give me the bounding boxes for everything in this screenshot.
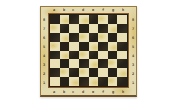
square[interactable] <box>98 42 108 51</box>
square[interactable] <box>50 59 60 68</box>
rank-label: 4 <box>43 54 45 58</box>
square[interactable] <box>50 33 60 42</box>
square[interactable] <box>108 33 118 42</box>
square[interactable] <box>50 15 60 24</box>
square[interactable] <box>117 77 127 86</box>
file-label: g <box>112 8 114 12</box>
square[interactable] <box>89 68 99 77</box>
square[interactable] <box>117 42 127 51</box>
rank-label: 4 <box>132 54 134 58</box>
file-label: h <box>122 8 124 12</box>
file-label: h <box>122 90 124 94</box>
file-label: a <box>53 90 55 94</box>
product-photo-background: abcdefgh abcdefgh 87654321 87654321 <box>0 0 175 105</box>
square[interactable] <box>98 51 108 60</box>
file-label: d <box>82 8 84 12</box>
file-label: b <box>63 90 65 94</box>
square[interactable] <box>98 59 108 68</box>
square[interactable] <box>108 24 118 33</box>
square[interactable] <box>50 51 60 60</box>
file-label: e <box>92 8 94 12</box>
square[interactable] <box>117 24 127 33</box>
square[interactable] <box>117 15 127 24</box>
square[interactable] <box>108 77 118 86</box>
chess-board: abcdefgh abcdefgh 87654321 87654321 <box>40 6 137 97</box>
square[interactable] <box>79 42 89 51</box>
square[interactable] <box>69 33 79 42</box>
square[interactable] <box>108 59 118 68</box>
square[interactable] <box>89 77 99 86</box>
square[interactable] <box>50 42 60 51</box>
rank-label: 8 <box>132 18 134 22</box>
rank-label: 7 <box>43 27 45 31</box>
square[interactable] <box>69 77 79 86</box>
square[interactable] <box>79 15 89 24</box>
square[interactable] <box>79 51 89 60</box>
file-label: g <box>112 90 114 94</box>
square[interactable] <box>79 33 89 42</box>
file-label: c <box>73 90 75 94</box>
file-label: f <box>102 90 104 94</box>
square[interactable] <box>89 33 99 42</box>
rank-labels-right: 87654321 <box>130 15 136 87</box>
square[interactable] <box>60 24 70 33</box>
square[interactable] <box>98 24 108 33</box>
square[interactable] <box>69 59 79 68</box>
rank-label: 2 <box>132 72 134 76</box>
file-label: f <box>102 8 104 12</box>
board-grid <box>48 13 129 88</box>
square[interactable] <box>108 15 118 24</box>
square[interactable] <box>60 15 70 24</box>
square[interactable] <box>60 59 70 68</box>
square[interactable] <box>60 51 70 60</box>
square[interactable] <box>69 42 79 51</box>
square[interactable] <box>60 33 70 42</box>
square[interactable] <box>98 77 108 86</box>
square[interactable] <box>89 59 99 68</box>
rank-label: 7 <box>132 27 134 31</box>
file-label: a <box>53 8 55 12</box>
rank-label: 5 <box>43 45 45 49</box>
square[interactable] <box>108 68 118 77</box>
file-labels-bottom: abcdefgh <box>49 89 128 95</box>
square[interactable] <box>69 24 79 33</box>
square[interactable] <box>98 15 108 24</box>
square[interactable] <box>60 77 70 86</box>
square[interactable] <box>117 68 127 77</box>
square[interactable] <box>108 42 118 51</box>
square[interactable] <box>79 24 89 33</box>
rank-label: 5 <box>132 45 134 49</box>
square[interactable] <box>60 68 70 77</box>
file-label: d <box>82 90 84 94</box>
square[interactable] <box>89 15 99 24</box>
square[interactable] <box>89 24 99 33</box>
square[interactable] <box>69 15 79 24</box>
square[interactable] <box>50 68 60 77</box>
rank-label: 1 <box>43 81 45 85</box>
file-label: b <box>63 8 65 12</box>
square[interactable] <box>98 68 108 77</box>
rank-label: 3 <box>132 63 134 67</box>
square[interactable] <box>117 33 127 42</box>
square[interactable] <box>79 77 89 86</box>
file-label: e <box>92 90 94 94</box>
rank-label: 6 <box>132 36 134 40</box>
square[interactable] <box>79 59 89 68</box>
square[interactable] <box>60 42 70 51</box>
rank-label: 3 <box>43 63 45 67</box>
square[interactable] <box>69 51 79 60</box>
rank-label: 2 <box>43 72 45 76</box>
rank-label: 8 <box>43 18 45 22</box>
square[interactable] <box>98 33 108 42</box>
rank-label: 6 <box>43 36 45 40</box>
square[interactable] <box>79 68 89 77</box>
square[interactable] <box>69 68 79 77</box>
square[interactable] <box>117 51 127 60</box>
rank-label: 1 <box>132 81 134 85</box>
rank-labels-left: 87654321 <box>41 15 47 87</box>
square[interactable] <box>117 59 127 68</box>
square[interactable] <box>108 51 118 60</box>
square[interactable] <box>89 42 99 51</box>
file-label: c <box>73 8 75 12</box>
square[interactable] <box>50 77 60 86</box>
square[interactable] <box>50 24 60 33</box>
square[interactable] <box>89 51 99 60</box>
